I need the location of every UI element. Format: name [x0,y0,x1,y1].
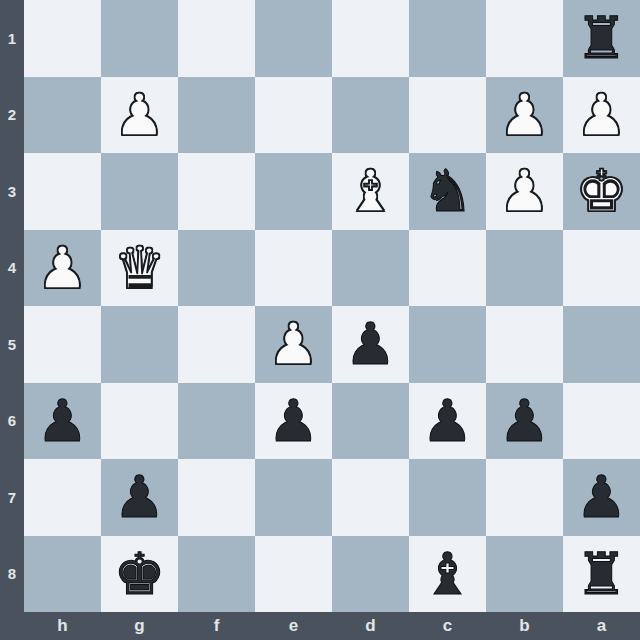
square-h3[interactable] [24,153,101,230]
square-c5[interactable] [409,306,486,383]
square-a6[interactable] [563,383,640,460]
square-c7[interactable] [409,459,486,536]
square-e7[interactable] [255,459,332,536]
file-label-b: b [486,612,563,640]
square-a5[interactable] [563,306,640,383]
square-e3[interactable] [255,153,332,230]
file-label-c: c [409,612,486,640]
piece-black-knight: ♞ [422,162,474,220]
piece-black-pawn: ♟ [37,392,89,450]
piece-white-bishop: ♝ [345,162,397,220]
square-h4[interactable]: ♟ [24,230,101,307]
square-a4[interactable] [563,230,640,307]
piece-white-pawn: ♟ [268,315,320,373]
file-label-h: h [24,612,101,640]
piece-black-king: ♚ [114,545,166,603]
square-e8[interactable] [255,536,332,613]
square-f1[interactable] [178,0,255,77]
square-d6[interactable] [332,383,409,460]
file-label-f: f [178,612,255,640]
square-a8[interactable]: ♜ [563,536,640,613]
rank-label-5: 5 [0,306,24,383]
square-f2[interactable] [178,77,255,154]
square-b4[interactable] [486,230,563,307]
file-label-a: a [563,612,640,640]
piece-black-pawn: ♟ [576,468,628,526]
square-b8[interactable] [486,536,563,613]
square-d3[interactable]: ♝ [332,153,409,230]
square-b5[interactable] [486,306,563,383]
square-d1[interactable] [332,0,409,77]
piece-white-pawn: ♟ [499,86,551,144]
piece-white-pawn: ♟ [37,239,89,297]
square-h6[interactable]: ♟ [24,383,101,460]
square-b3[interactable]: ♟ [486,153,563,230]
square-h7[interactable] [24,459,101,536]
rank-label-4: 4 [0,230,24,307]
square-d2[interactable] [332,77,409,154]
square-f7[interactable] [178,459,255,536]
square-b1[interactable] [486,0,563,77]
square-c2[interactable] [409,77,486,154]
square-f4[interactable] [178,230,255,307]
square-g1[interactable] [101,0,178,77]
square-g6[interactable] [101,383,178,460]
square-c1[interactable] [409,0,486,77]
rank-label-8: 8 [0,536,24,613]
square-f8[interactable] [178,536,255,613]
square-b2[interactable]: ♟ [486,77,563,154]
piece-black-bishop: ♝ [422,545,474,603]
square-d7[interactable] [332,459,409,536]
piece-white-queen: ♛ [114,239,166,297]
square-a1[interactable]: ♜ [563,0,640,77]
square-e1[interactable] [255,0,332,77]
square-e4[interactable] [255,230,332,307]
piece-white-king: ♚ [576,162,628,220]
rank-label-1: 1 [0,0,24,77]
square-c3[interactable]: ♞ [409,153,486,230]
square-g8[interactable]: ♚ [101,536,178,613]
rank-label-3: 3 [0,153,24,230]
square-h2[interactable] [24,77,101,154]
corner-cell [0,612,24,640]
square-b7[interactable] [486,459,563,536]
square-h5[interactable] [24,306,101,383]
file-label-g: g [101,612,178,640]
square-b6[interactable]: ♟ [486,383,563,460]
square-e2[interactable] [255,77,332,154]
square-e6[interactable]: ♟ [255,383,332,460]
square-c8[interactable]: ♝ [409,536,486,613]
square-g5[interactable] [101,306,178,383]
square-f6[interactable] [178,383,255,460]
rank-label-2: 2 [0,77,24,154]
piece-black-pawn: ♟ [422,392,474,450]
square-d8[interactable] [332,536,409,613]
piece-black-rook: ♜ [576,9,628,67]
square-a3[interactable]: ♚ [563,153,640,230]
piece-white-pawn: ♟ [576,86,628,144]
square-d5[interactable]: ♟ [332,306,409,383]
piece-black-pawn: ♟ [268,392,320,450]
square-f5[interactable] [178,306,255,383]
square-g4[interactable]: ♛ [101,230,178,307]
rank-label-6: 6 [0,383,24,460]
rank-label-7: 7 [0,459,24,536]
file-label-d: d [332,612,409,640]
square-e5[interactable]: ♟ [255,306,332,383]
chess-board: 1♜2♟♟♟3♝♞♟♚4♟♛5♟♟6♟♟♟♟7♟♟8♚♝♜hgfedcba [0,0,640,640]
square-a7[interactable]: ♟ [563,459,640,536]
square-d4[interactable] [332,230,409,307]
square-h8[interactable] [24,536,101,613]
piece-black-rook: ♜ [576,545,628,603]
piece-black-pawn: ♟ [114,468,166,526]
file-label-e: e [255,612,332,640]
piece-black-pawn: ♟ [345,315,397,373]
square-a2[interactable]: ♟ [563,77,640,154]
square-g7[interactable]: ♟ [101,459,178,536]
square-c6[interactable]: ♟ [409,383,486,460]
square-h1[interactable] [24,0,101,77]
piece-white-pawn: ♟ [114,86,166,144]
piece-black-pawn: ♟ [499,392,551,450]
square-f3[interactable] [178,153,255,230]
square-g3[interactable] [101,153,178,230]
square-c4[interactable] [409,230,486,307]
square-g2[interactable]: ♟ [101,77,178,154]
piece-white-pawn: ♟ [499,162,551,220]
